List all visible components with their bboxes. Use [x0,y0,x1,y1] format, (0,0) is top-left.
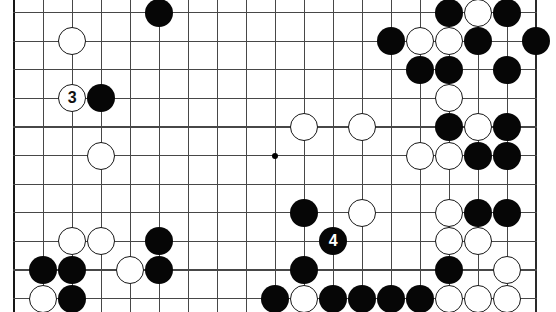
white-stone [116,256,144,284]
black-stone [87,84,115,112]
white-stone [464,285,492,312]
star-point [272,153,278,159]
black-stone [290,256,318,284]
white-stone [290,113,318,141]
black-stone [290,199,318,227]
white-stone [435,227,463,255]
white-stone [290,285,318,312]
white-stone [464,113,492,141]
white-stone [406,142,434,170]
black-stone [29,256,57,284]
white-stone: 3 [58,84,86,112]
black-stone [406,56,434,84]
black-stone: 4 [319,227,347,255]
black-stone [435,113,463,141]
black-stone [58,285,86,312]
move-number-label: 4 [329,233,338,249]
black-stone [493,0,521,27]
black-stone [145,227,173,255]
black-stone [464,199,492,227]
white-stone [87,227,115,255]
black-stone [319,285,347,312]
black-stone [58,256,86,284]
black-stone [377,285,405,312]
black-stone [493,199,521,227]
black-stone [261,285,289,312]
black-stone [493,113,521,141]
white-stone [58,227,86,255]
white-stone [348,199,376,227]
black-stone [435,0,463,27]
go-board-diagram: 34 [0,0,556,312]
white-stone [58,27,86,55]
white-stone [435,199,463,227]
white-stone [493,285,521,312]
go-board: 34 [0,0,556,312]
black-stone [493,142,521,170]
grid-line-horizontal [13,184,537,185]
black-stone [493,56,521,84]
white-stone [493,256,521,284]
white-stone [435,27,463,55]
move-number-label: 3 [68,90,77,106]
black-stone [377,27,405,55]
black-stone [435,256,463,284]
black-stone [435,56,463,84]
white-stone [435,142,463,170]
black-stone [406,285,434,312]
white-stone [464,227,492,255]
black-stone [145,256,173,284]
white-stone [348,113,376,141]
black-stone [464,142,492,170]
white-stone [87,142,115,170]
black-stone [348,285,376,312]
black-stone [522,27,550,55]
white-stone [435,285,463,312]
white-stone [29,285,57,312]
white-stone [435,84,463,112]
white-stone [464,0,492,27]
white-stone [406,27,434,55]
black-stone [145,0,173,27]
black-stone [464,27,492,55]
